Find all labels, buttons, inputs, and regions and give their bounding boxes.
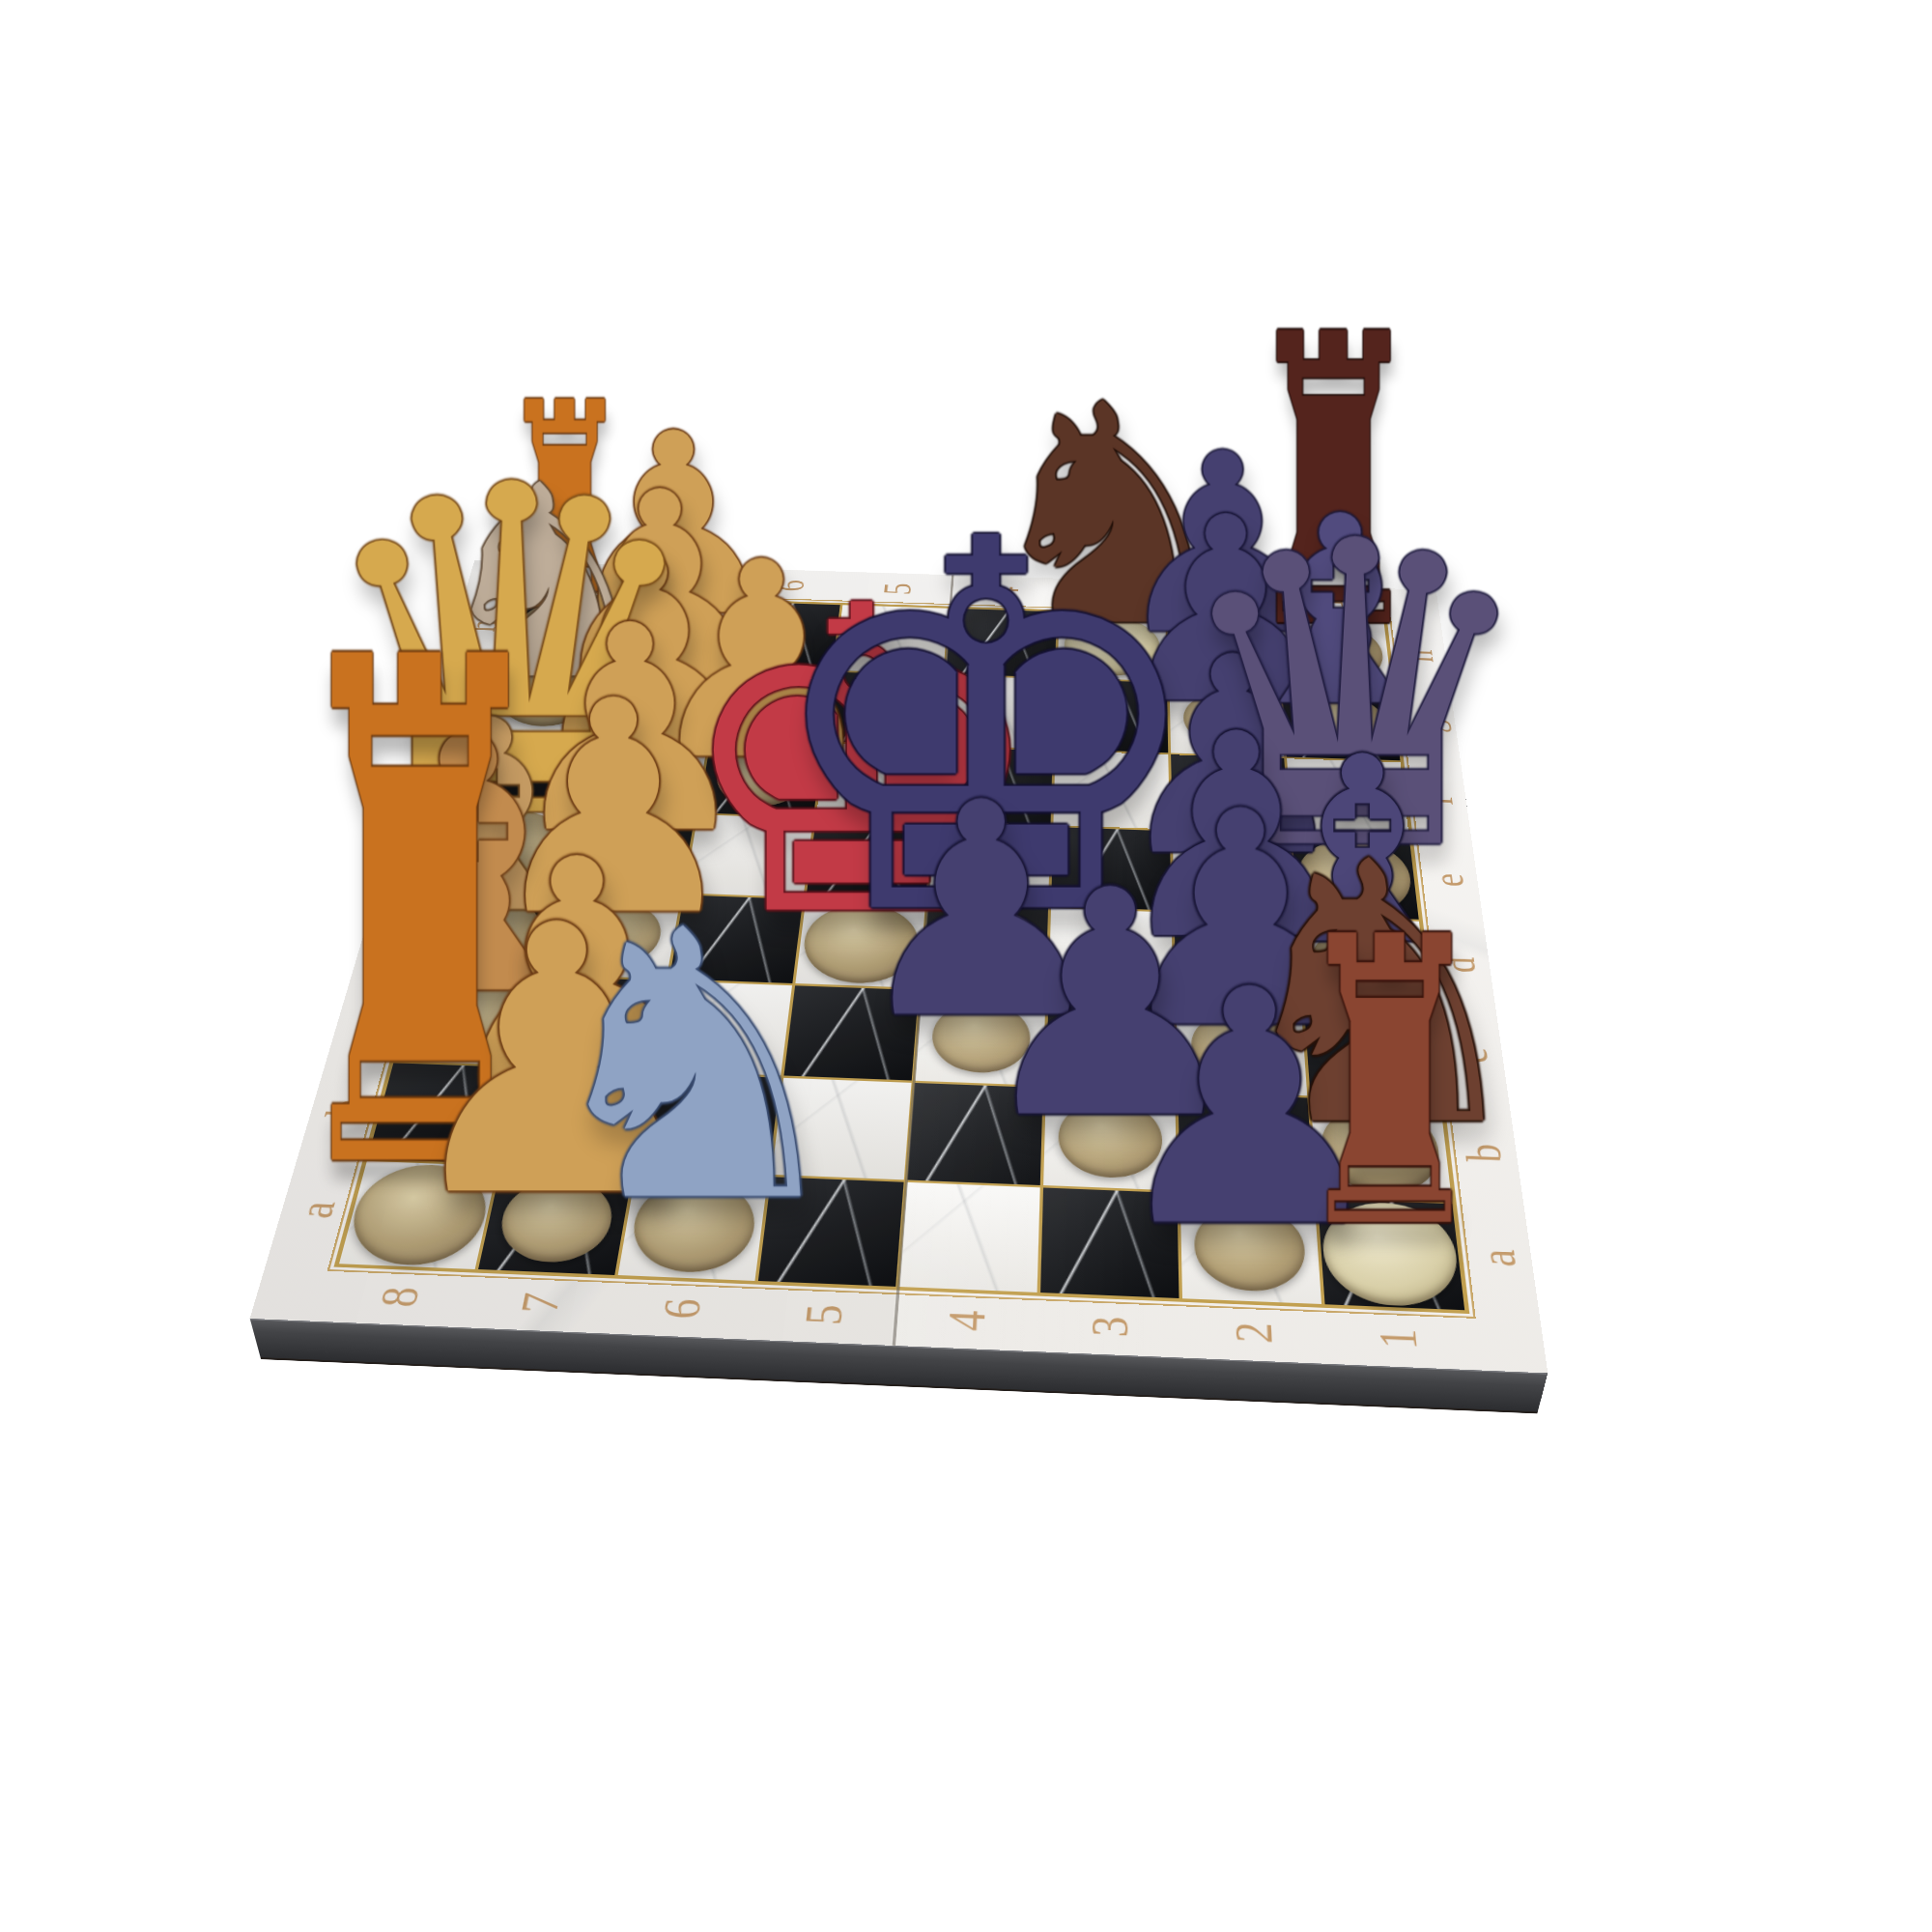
rank-label-front-7: 7 [509,1292,572,1315]
square-a1[interactable]: ♜ [1318,1199,1464,1310]
photo-background: ♜♟♞♟♜♞♟♟♝♟♟♛♟♟♛♝♟♚♚♟♝♝♟♟♟♟♞♜♟♞♟♜ 8877665… [0,0,1932,1932]
rank-label-front-5: 5 [793,1303,855,1326]
rank-label-front-2: 2 [1223,1321,1284,1344]
rank-label-front-6: 6 [650,1297,712,1321]
board-front-edge [250,1319,1548,1414]
rank-label-front-8: 8 [367,1286,431,1308]
chess-grid: ♜♟♞♟♜♞♟♟♝♟♟♛♟♟♛♝♟♚♚♟♝♝♟♟♟♟♞♜♟♞♟♜ [339,595,1464,1310]
crusaders-knight-a6[interactable]: ♞ [528,910,861,1225]
rank-label-front-4: 4 [936,1309,997,1332]
rank-label-front-3: 3 [1079,1315,1139,1338]
saracens-rook-a1[interactable]: ♜ [1292,917,1487,1254]
board-gold-frame: ♜♟♞♟♜♞♟♟♝♟♟♛♟♟♛♝♟♚♚♟♝♝♟♟♟♟♞♜♟♞♟♜ [334,593,1470,1314]
file-label-right-h: h [1394,649,1442,663]
square-a4[interactable] [899,1182,1040,1293]
rank-label-back-1: 1 [1306,596,1352,610]
square-a6[interactable]: ♞ [618,1172,768,1281]
rank-label-front-1: 1 [1367,1327,1430,1350]
board-border-marble: ♜♟♞♟♜♞♟♟♝♟♟♛♟♟♛♝♟♚♚♟♝♝♟♟♟♟♞♜♟♞♟♜ 8877665… [250,560,1548,1373]
chess-board-3d: ♜♟♞♟♜♞♟♟♝♟♟♛♟♟♛♝♟♚♚♟♝♝♟♟♟♟♞♜♟♞♟♜ 8877665… [250,560,1548,1373]
rank-label-back-8: 8 [554,573,601,585]
